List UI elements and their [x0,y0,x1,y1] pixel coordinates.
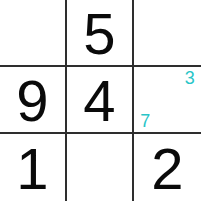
sudoku-cell-r1c2[interactable]: 5 [67,0,134,67]
pencil-mark-pos2 [156,67,178,89]
pencil-mark-pos6 [179,89,201,111]
pencil-mark-pos9 [179,110,201,132]
pencil-mark-pos4 [134,89,156,111]
sudoku-cell-r3c1[interactable]: 1 [0,134,67,201]
cell-value: 4 [83,70,115,130]
sudoku-cell-r1c1[interactable] [0,0,67,67]
sudoku-cell-r3c2[interactable] [67,134,134,201]
sudoku-cell-r2c3[interactable]: 3 7 [134,67,201,134]
pencil-mark-pos1 [134,67,156,89]
pencil-mark-pos8 [156,110,178,132]
sudoku-cell-r3c3[interactable]: 2 [134,134,201,201]
cell-value: 5 [83,3,115,63]
pencil-mark-pos5 [156,89,178,111]
pencil-mark-pos7: 7 [134,110,156,132]
sudoku-cell-r2c1[interactable]: 9 [0,67,67,134]
cell-value: 1 [16,138,48,198]
sudoku-board: 5 9 4 3 7 1 2 [0,0,201,201]
cell-value: 2 [151,138,183,198]
pencil-marks: 3 7 [134,67,201,132]
pencil-mark-pos3: 3 [179,67,201,89]
sudoku-cell-r2c2[interactable]: 4 [67,67,134,134]
sudoku-cell-r1c3[interactable] [134,0,201,67]
cell-value: 9 [16,70,48,130]
